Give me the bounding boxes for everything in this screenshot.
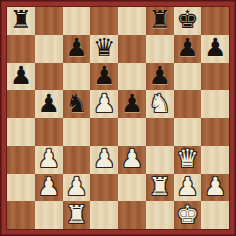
square-b5[interactable]: ♟ (35, 90, 63, 118)
square-b4[interactable] (35, 118, 63, 146)
square-a6[interactable]: ♟ (7, 63, 35, 91)
square-b7[interactable] (35, 35, 63, 63)
piece-white-pawn[interactable]: ♟ (176, 174, 198, 199)
square-e1[interactable] (118, 201, 146, 229)
piece-white-pawn[interactable]: ♟ (37, 146, 59, 171)
square-b6[interactable] (35, 63, 63, 91)
piece-white-pawn[interactable]: ♟ (37, 174, 59, 199)
square-d2[interactable] (90, 174, 118, 202)
square-e2[interactable] (118, 174, 146, 202)
square-f5[interactable]: ♞ (146, 90, 174, 118)
square-e3[interactable]: ♟ (118, 146, 146, 174)
square-g8[interactable]: ♚ (174, 7, 202, 35)
square-d3[interactable]: ♟ (90, 146, 118, 174)
board-frame: ♜♜♚♟♛♟♟♟♟♟♟♞♟♟♞♟♟♟♛♟♟♜♟♟♜♚ (0, 0, 236, 236)
piece-black-rook[interactable]: ♜ (10, 7, 32, 32)
piece-white-rook[interactable]: ♜ (65, 202, 87, 227)
square-d8[interactable] (90, 7, 118, 35)
square-c3[interactable] (63, 146, 91, 174)
square-g4[interactable] (174, 118, 202, 146)
square-a2[interactable] (7, 174, 35, 202)
square-g7[interactable]: ♟ (174, 35, 202, 63)
piece-white-pawn[interactable]: ♟ (121, 146, 143, 171)
square-h7[interactable]: ♟ (201, 35, 229, 63)
square-f4[interactable] (146, 118, 174, 146)
square-e7[interactable] (118, 35, 146, 63)
piece-black-king[interactable]: ♚ (176, 7, 198, 32)
square-h6[interactable] (201, 63, 229, 91)
square-a8[interactable]: ♜ (7, 7, 35, 35)
piece-black-pawn[interactable]: ♟ (176, 35, 198, 60)
piece-black-pawn[interactable]: ♟ (37, 91, 59, 116)
square-e6[interactable] (118, 63, 146, 91)
square-f1[interactable] (146, 201, 174, 229)
piece-black-pawn[interactable]: ♟ (65, 35, 87, 60)
piece-black-pawn[interactable]: ♟ (204, 35, 226, 60)
square-b3[interactable]: ♟ (35, 146, 63, 174)
square-d7[interactable]: ♛ (90, 35, 118, 63)
square-g2[interactable]: ♟ (174, 174, 202, 202)
square-c6[interactable] (63, 63, 91, 91)
square-c8[interactable] (63, 7, 91, 35)
square-f6[interactable]: ♟ (146, 63, 174, 91)
square-g3[interactable]: ♛ (174, 146, 202, 174)
square-c7[interactable]: ♟ (63, 35, 91, 63)
square-h5[interactable] (201, 90, 229, 118)
square-a3[interactable] (7, 146, 35, 174)
square-e5[interactable]: ♟ (118, 90, 146, 118)
chess-board: ♜♜♚♟♛♟♟♟♟♟♟♞♟♟♞♟♟♟♛♟♟♜♟♟♜♚ (7, 7, 229, 229)
square-h8[interactable] (201, 7, 229, 35)
square-b1[interactable] (35, 201, 63, 229)
piece-black-pawn[interactable]: ♟ (148, 63, 170, 88)
square-e4[interactable] (118, 118, 146, 146)
square-c2[interactable]: ♟ (63, 174, 91, 202)
piece-white-queen[interactable]: ♛ (176, 146, 198, 171)
square-b2[interactable]: ♟ (35, 174, 63, 202)
piece-black-rook[interactable]: ♜ (148, 7, 170, 32)
square-h1[interactable] (201, 201, 229, 229)
square-c1[interactable]: ♜ (63, 201, 91, 229)
piece-black-pawn[interactable]: ♟ (121, 91, 143, 116)
square-g6[interactable] (174, 63, 202, 91)
square-f2[interactable]: ♜ (146, 174, 174, 202)
square-a5[interactable] (7, 90, 35, 118)
square-a7[interactable] (7, 35, 35, 63)
piece-white-pawn[interactable]: ♟ (204, 174, 226, 199)
square-g5[interactable] (174, 90, 202, 118)
square-h4[interactable] (201, 118, 229, 146)
square-d1[interactable] (90, 201, 118, 229)
square-d5[interactable]: ♟ (90, 90, 118, 118)
piece-black-pawn[interactable]: ♟ (10, 63, 32, 88)
square-a1[interactable] (7, 201, 35, 229)
piece-white-pawn[interactable]: ♟ (65, 174, 87, 199)
square-a4[interactable] (7, 118, 35, 146)
square-f7[interactable] (146, 35, 174, 63)
piece-black-queen[interactable]: ♛ (93, 35, 115, 60)
square-f3[interactable] (146, 146, 174, 174)
square-f8[interactable]: ♜ (146, 7, 174, 35)
piece-white-king[interactable]: ♚ (176, 202, 198, 227)
piece-white-pawn[interactable]: ♟ (93, 91, 115, 116)
square-c4[interactable] (63, 118, 91, 146)
square-c5[interactable]: ♞ (63, 90, 91, 118)
square-h2[interactable]: ♟ (201, 174, 229, 202)
piece-white-rook[interactable]: ♜ (148, 174, 170, 199)
square-h3[interactable] (201, 146, 229, 174)
piece-white-knight[interactable]: ♞ (148, 91, 170, 116)
square-g1[interactable]: ♚ (174, 201, 202, 229)
piece-white-pawn[interactable]: ♟ (93, 146, 115, 171)
square-d6[interactable]: ♟ (90, 63, 118, 91)
piece-black-knight[interactable]: ♞ (65, 91, 87, 116)
piece-black-pawn[interactable]: ♟ (93, 63, 115, 88)
square-e8[interactable] (118, 7, 146, 35)
square-b8[interactable] (35, 7, 63, 35)
square-d4[interactable] (90, 118, 118, 146)
